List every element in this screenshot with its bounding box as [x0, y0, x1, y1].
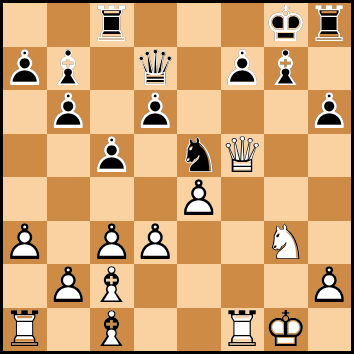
piece-glyph-fill: ♟ — [90, 221, 134, 265]
square-g5[interactable] — [264, 134, 308, 178]
square-f4[interactable] — [221, 177, 265, 221]
square-a3[interactable]: ♟♙ — [3, 221, 47, 265]
piece-glyph-outline: ♙ — [308, 264, 352, 308]
square-h5[interactable] — [308, 134, 352, 178]
square-g8[interactable]: ♚♔ — [264, 3, 308, 47]
piece-glyph-outline: ♔ — [264, 3, 308, 47]
square-h8[interactable]: ♜♖ — [308, 3, 352, 47]
square-b2[interactable]: ♟♙ — [47, 264, 91, 308]
square-g7[interactable]: ♝♗ — [264, 47, 308, 91]
square-b7[interactable]: ♝♗ — [47, 47, 91, 91]
square-a2[interactable] — [3, 264, 47, 308]
piece-white-rook-f1[interactable]: ♜♖ — [221, 308, 265, 352]
square-e1[interactable] — [177, 308, 221, 352]
square-c6[interactable] — [90, 90, 134, 134]
piece-glyph-outline: ♗ — [90, 308, 134, 352]
piece-glyph-fill: ♟ — [3, 221, 47, 265]
piece-glyph-outline: ♖ — [221, 308, 265, 352]
piece-glyph-fill: ♟ — [134, 90, 178, 134]
square-c7[interactable] — [90, 47, 134, 91]
square-d2[interactable] — [134, 264, 178, 308]
square-e4[interactable]: ♟♙ — [177, 177, 221, 221]
piece-glyph-fill: ♜ — [3, 308, 47, 352]
piece-black-bishop-g7[interactable]: ♝♗ — [264, 47, 308, 91]
piece-glyph-fill: ♝ — [90, 264, 134, 308]
chess-board-frame: ♜♖♚♔♜♖♟♙♝♗♛♕♟♙♝♗♟♙♟♙♟♙♟♙♞♘♛♕♟♙♟♙♟♙♟♙♞♘♟♙… — [0, 0, 354, 354]
piece-white-bishop-c2[interactable]: ♝♗ — [90, 264, 134, 308]
square-c1[interactable]: ♝♗ — [90, 308, 134, 352]
piece-glyph-fill: ♝ — [90, 308, 134, 352]
piece-glyph-fill: ♟ — [134, 221, 178, 265]
piece-black-pawn-f7[interactable]: ♟♙ — [221, 47, 265, 91]
square-f7[interactable]: ♟♙ — [221, 47, 265, 91]
square-g6[interactable] — [264, 90, 308, 134]
piece-glyph-outline: ♙ — [90, 221, 134, 265]
piece-white-bishop-c1[interactable]: ♝♗ — [90, 308, 134, 352]
square-g4[interactable] — [264, 177, 308, 221]
square-d7[interactable]: ♛♕ — [134, 47, 178, 91]
square-h2[interactable]: ♟♙ — [308, 264, 352, 308]
piece-white-king-g1[interactable]: ♚♔ — [264, 308, 308, 352]
square-e3[interactable] — [177, 221, 221, 265]
piece-glyph-outline: ♙ — [3, 47, 47, 91]
square-h4[interactable] — [308, 177, 352, 221]
piece-white-rook-a1[interactable]: ♜♖ — [3, 308, 47, 352]
piece-glyph-fill: ♝ — [47, 47, 91, 91]
piece-black-pawn-a7[interactable]: ♟♙ — [3, 47, 47, 91]
square-f1[interactable]: ♜♖ — [221, 308, 265, 352]
square-c3[interactable]: ♟♙ — [90, 221, 134, 265]
piece-glyph-outline: ♙ — [221, 47, 265, 91]
piece-glyph-outline: ♖ — [90, 3, 134, 47]
piece-glyph-outline: ♖ — [3, 308, 47, 352]
square-f8[interactable] — [221, 3, 265, 47]
square-h3[interactable] — [308, 221, 352, 265]
piece-glyph-fill: ♟ — [47, 90, 91, 134]
piece-glyph-outline: ♗ — [264, 47, 308, 91]
square-b4[interactable] — [47, 177, 91, 221]
square-c8[interactable]: ♜♖ — [90, 3, 134, 47]
piece-black-king-g8[interactable]: ♚♔ — [264, 3, 308, 47]
piece-white-pawn-a3[interactable]: ♟♙ — [3, 221, 47, 265]
square-d1[interactable] — [134, 308, 178, 352]
piece-glyph-fill: ♞ — [177, 134, 221, 178]
square-b6[interactable]: ♟♙ — [47, 90, 91, 134]
square-a5[interactable] — [3, 134, 47, 178]
piece-glyph-fill: ♜ — [308, 3, 352, 47]
piece-glyph-fill: ♟ — [3, 47, 47, 91]
square-h7[interactable] — [308, 47, 352, 91]
piece-glyph-outline: ♙ — [308, 90, 352, 134]
piece-glyph-outline: ♗ — [90, 264, 134, 308]
square-a8[interactable] — [3, 3, 47, 47]
square-b1[interactable] — [47, 308, 91, 352]
square-a4[interactable] — [3, 177, 47, 221]
piece-glyph-fill: ♟ — [90, 134, 134, 178]
piece-glyph-outline: ♙ — [47, 90, 91, 134]
piece-glyph-fill: ♛ — [134, 47, 178, 91]
piece-glyph-outline: ♙ — [3, 221, 47, 265]
piece-glyph-fill: ♟ — [177, 177, 221, 221]
square-b3[interactable] — [47, 221, 91, 265]
square-e2[interactable] — [177, 264, 221, 308]
square-e5[interactable]: ♞♘ — [177, 134, 221, 178]
piece-white-pawn-e4[interactable]: ♟♙ — [177, 177, 221, 221]
square-f6[interactable] — [221, 90, 265, 134]
piece-glyph-fill: ♚ — [264, 3, 308, 47]
square-c2[interactable]: ♝♗ — [90, 264, 134, 308]
piece-glyph-fill: ♟ — [47, 264, 91, 308]
square-b8[interactable] — [47, 3, 91, 47]
piece-glyph-outline: ♖ — [308, 3, 352, 47]
piece-black-pawn-h6[interactable]: ♟♙ — [308, 90, 352, 134]
piece-glyph-outline: ♙ — [134, 221, 178, 265]
piece-white-pawn-d3[interactable]: ♟♙ — [134, 221, 178, 265]
square-a7[interactable]: ♟♙ — [3, 47, 47, 91]
piece-glyph-outline: ♗ — [47, 47, 91, 91]
piece-glyph-fill: ♞ — [264, 221, 308, 265]
square-f5[interactable]: ♛♕ — [221, 134, 265, 178]
square-h1[interactable] — [308, 308, 352, 352]
piece-glyph-outline: ♙ — [47, 264, 91, 308]
square-b5[interactable] — [47, 134, 91, 178]
piece-white-pawn-h2[interactable]: ♟♙ — [308, 264, 352, 308]
piece-black-pawn-b6[interactable]: ♟♙ — [47, 90, 91, 134]
piece-black-pawn-d6[interactable]: ♟♙ — [134, 90, 178, 134]
piece-black-queen-d7[interactable]: ♛♕ — [134, 47, 178, 91]
piece-glyph-outline: ♔ — [264, 308, 308, 352]
piece-glyph-outline: ♙ — [177, 177, 221, 221]
piece-glyph-fill: ♟ — [308, 90, 352, 134]
piece-glyph-outline: ♕ — [134, 47, 178, 91]
piece-black-rook-h8[interactable]: ♜♖ — [308, 3, 352, 47]
piece-glyph-fill: ♛ — [221, 134, 265, 178]
piece-glyph-outline: ♘ — [264, 221, 308, 265]
piece-black-rook-c8[interactable]: ♜♖ — [90, 3, 134, 47]
piece-black-pawn-c5[interactable]: ♟♙ — [90, 134, 134, 178]
piece-glyph-fill: ♝ — [264, 47, 308, 91]
square-e7[interactable] — [177, 47, 221, 91]
square-c4[interactable] — [90, 177, 134, 221]
square-g1[interactable]: ♚♔ — [264, 308, 308, 352]
square-e6[interactable] — [177, 90, 221, 134]
square-h6[interactable]: ♟♙ — [308, 90, 352, 134]
square-a6[interactable] — [3, 90, 47, 134]
square-d8[interactable] — [134, 3, 178, 47]
square-f3[interactable] — [221, 221, 265, 265]
piece-glyph-outline: ♙ — [134, 90, 178, 134]
piece-glyph-fill: ♜ — [90, 3, 134, 47]
piece-black-knight-e5[interactable]: ♞♘ — [177, 134, 221, 178]
piece-glyph-outline: ♕ — [221, 134, 265, 178]
piece-black-bishop-b7[interactable]: ♝♗ — [47, 47, 91, 91]
square-g3[interactable]: ♞♘ — [264, 221, 308, 265]
piece-glyph-fill: ♟ — [221, 47, 265, 91]
square-d3[interactable]: ♟♙ — [134, 221, 178, 265]
square-e8[interactable] — [177, 3, 221, 47]
piece-white-pawn-c3[interactable]: ♟♙ — [90, 221, 134, 265]
square-d6[interactable]: ♟♙ — [134, 90, 178, 134]
square-g2[interactable] — [264, 264, 308, 308]
piece-glyph-fill: ♚ — [264, 308, 308, 352]
piece-white-pawn-b2[interactable]: ♟♙ — [47, 264, 91, 308]
piece-white-queen-f5[interactable]: ♛♕ — [221, 134, 265, 178]
chess-board: ♜♖♚♔♜♖♟♙♝♗♛♕♟♙♝♗♟♙♟♙♟♙♟♙♞♘♛♕♟♙♟♙♟♙♟♙♞♘♟♙… — [3, 3, 351, 351]
piece-white-knight-g3[interactable]: ♞♘ — [264, 221, 308, 265]
square-d4[interactable] — [134, 177, 178, 221]
piece-glyph-outline: ♙ — [90, 134, 134, 178]
square-f2[interactable] — [221, 264, 265, 308]
square-d5[interactable] — [134, 134, 178, 178]
piece-glyph-fill: ♟ — [308, 264, 352, 308]
piece-glyph-outline: ♘ — [177, 134, 221, 178]
piece-glyph-fill: ♜ — [221, 308, 265, 352]
square-a1[interactable]: ♜♖ — [3, 308, 47, 352]
square-c5[interactable]: ♟♙ — [90, 134, 134, 178]
